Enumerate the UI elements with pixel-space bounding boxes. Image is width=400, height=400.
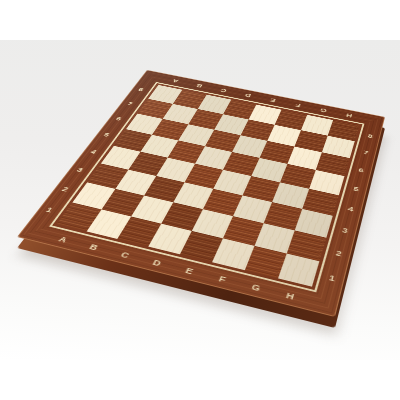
product-photo-scene: AABBCCDDEEFFGGHH1122334455667788 (0, 0, 400, 400)
file-label-g-far: G (319, 107, 327, 113)
rank-label-5-right: 5 (353, 185, 360, 192)
file-label-h-far: H (345, 112, 353, 118)
